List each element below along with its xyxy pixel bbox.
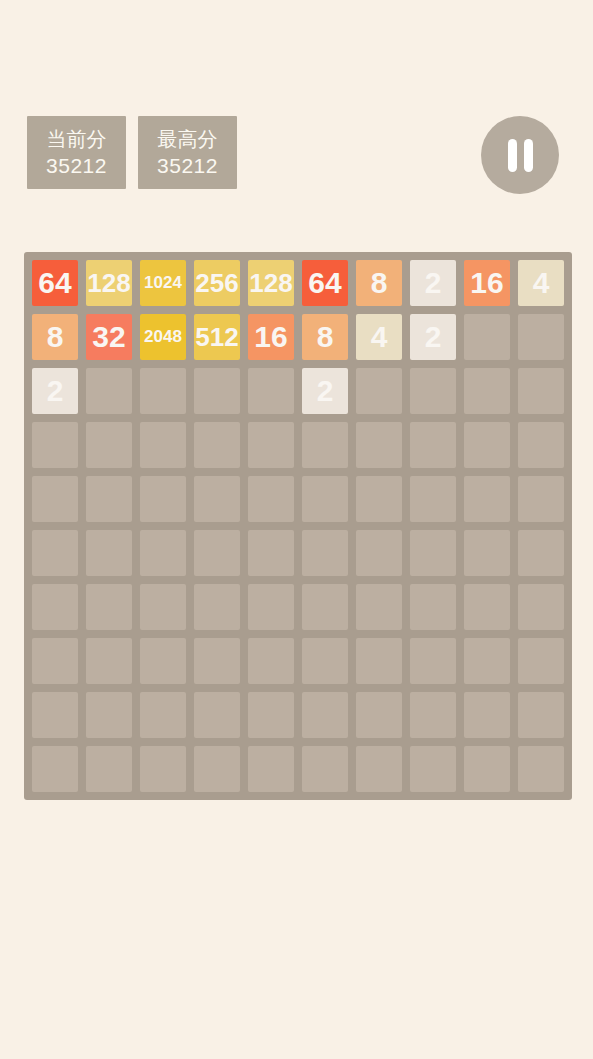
best-score-box: 最高分 35212 xyxy=(138,116,237,189)
empty-cell xyxy=(140,422,186,468)
empty-cell xyxy=(140,368,186,414)
game-screen: 当前分 35212 最高分 35212 64128102425612864821… xyxy=(0,0,593,1059)
empty-cell xyxy=(302,476,348,522)
tile-8: 8 xyxy=(302,314,348,360)
empty-cell xyxy=(356,368,402,414)
tile-2: 2 xyxy=(410,314,456,360)
empty-cell xyxy=(32,746,78,792)
tile-16: 16 xyxy=(464,260,510,306)
tile-64: 64 xyxy=(32,260,78,306)
empty-cell xyxy=(86,422,132,468)
empty-cell xyxy=(194,638,240,684)
empty-cell xyxy=(302,584,348,630)
empty-cell xyxy=(464,422,510,468)
tile-16: 16 xyxy=(248,314,294,360)
tile-1024: 1024 xyxy=(140,260,186,306)
empty-cell xyxy=(464,746,510,792)
empty-cell xyxy=(518,638,564,684)
pause-button[interactable] xyxy=(481,116,559,194)
empty-cell xyxy=(248,746,294,792)
empty-cell xyxy=(32,638,78,684)
empty-cell xyxy=(140,692,186,738)
empty-cell xyxy=(302,692,348,738)
empty-cell xyxy=(356,476,402,522)
empty-cell xyxy=(248,476,294,522)
current-score-box: 当前分 35212 xyxy=(27,116,126,189)
empty-cell xyxy=(356,746,402,792)
empty-cell xyxy=(518,476,564,522)
empty-cell xyxy=(410,746,456,792)
empty-cell xyxy=(248,584,294,630)
current-score-label: 当前分 xyxy=(47,126,107,152)
empty-cell xyxy=(32,422,78,468)
empty-cell xyxy=(194,746,240,792)
pause-bar-right xyxy=(524,139,533,172)
empty-cell xyxy=(464,476,510,522)
empty-cell xyxy=(194,476,240,522)
empty-cell xyxy=(32,476,78,522)
tile-8: 8 xyxy=(32,314,78,360)
empty-cell xyxy=(194,530,240,576)
tile-8: 8 xyxy=(356,260,402,306)
current-score-value: 35212 xyxy=(46,152,107,179)
empty-cell xyxy=(410,584,456,630)
tile-2048: 2048 xyxy=(140,314,186,360)
empty-cell xyxy=(356,692,402,738)
empty-cell xyxy=(464,584,510,630)
empty-cell xyxy=(140,476,186,522)
empty-cell xyxy=(518,584,564,630)
empty-cell xyxy=(464,530,510,576)
empty-cell xyxy=(410,692,456,738)
empty-cell xyxy=(140,746,186,792)
empty-cell xyxy=(410,422,456,468)
empty-cell xyxy=(410,638,456,684)
empty-cell xyxy=(518,746,564,792)
tile-32: 32 xyxy=(86,314,132,360)
empty-cell xyxy=(518,368,564,414)
empty-cell xyxy=(464,638,510,684)
empty-cell xyxy=(464,692,510,738)
empty-cell xyxy=(86,746,132,792)
tile-2: 2 xyxy=(32,368,78,414)
empty-cell xyxy=(86,638,132,684)
empty-cell xyxy=(356,530,402,576)
pause-bar-left xyxy=(508,139,517,172)
empty-cell xyxy=(86,692,132,738)
empty-cell xyxy=(464,368,510,414)
score-hud: 当前分 35212 最高分 35212 xyxy=(27,116,237,189)
empty-cell xyxy=(302,746,348,792)
empty-cell xyxy=(410,368,456,414)
empty-cell xyxy=(194,692,240,738)
tile-2: 2 xyxy=(302,368,348,414)
best-score-label: 最高分 xyxy=(158,126,218,152)
tile-64: 64 xyxy=(302,260,348,306)
empty-cell xyxy=(518,314,564,360)
empty-cell xyxy=(140,638,186,684)
tile-4: 4 xyxy=(518,260,564,306)
empty-cell xyxy=(518,530,564,576)
empty-cell xyxy=(302,422,348,468)
empty-cell xyxy=(248,638,294,684)
empty-cell xyxy=(86,368,132,414)
best-score-value: 35212 xyxy=(157,152,218,179)
pause-icon xyxy=(508,139,533,172)
tile-2: 2 xyxy=(410,260,456,306)
empty-cell xyxy=(194,584,240,630)
empty-cell xyxy=(248,692,294,738)
empty-cell xyxy=(86,476,132,522)
empty-cell xyxy=(194,422,240,468)
empty-cell xyxy=(518,692,564,738)
tile-128: 128 xyxy=(248,260,294,306)
empty-cell xyxy=(518,422,564,468)
empty-cell xyxy=(464,314,510,360)
tile-256: 256 xyxy=(194,260,240,306)
empty-cell xyxy=(356,584,402,630)
game-board[interactable]: 641281024256128648216483220485121684222 xyxy=(24,252,572,800)
empty-cell xyxy=(86,530,132,576)
tile-512: 512 xyxy=(194,314,240,360)
empty-cell xyxy=(86,584,132,630)
tile-128: 128 xyxy=(86,260,132,306)
empty-cell xyxy=(140,584,186,630)
empty-cell xyxy=(410,476,456,522)
empty-cell xyxy=(32,692,78,738)
empty-cell xyxy=(248,422,294,468)
empty-cell xyxy=(140,530,186,576)
empty-cell xyxy=(248,530,294,576)
empty-cell xyxy=(356,422,402,468)
empty-cell xyxy=(302,530,348,576)
empty-cell xyxy=(194,368,240,414)
empty-cell xyxy=(248,368,294,414)
empty-cell xyxy=(356,638,402,684)
empty-cell xyxy=(410,530,456,576)
empty-cell xyxy=(32,530,78,576)
empty-cell xyxy=(32,584,78,630)
tile-4: 4 xyxy=(356,314,402,360)
empty-cell xyxy=(302,638,348,684)
